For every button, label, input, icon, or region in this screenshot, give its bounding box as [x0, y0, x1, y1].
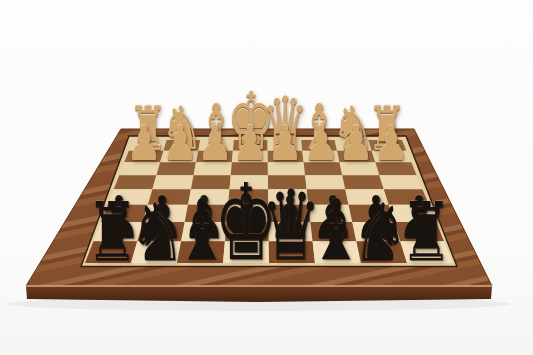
square-f3 [194, 162, 232, 175]
square-c3 [304, 162, 343, 175]
square-g6 [143, 205, 188, 222]
square-c8 [313, 241, 361, 263]
square-f8 [177, 241, 225, 263]
square-e2 [232, 151, 268, 163]
square-h1 [129, 140, 167, 151]
square-a5 [384, 189, 429, 205]
square-c6 [308, 205, 352, 222]
square-a2 [372, 151, 412, 163]
square-b8 [356, 241, 407, 263]
square-b7 [352, 222, 400, 241]
square-b1 [335, 140, 372, 151]
square-h3 [119, 162, 160, 175]
square-b2 [337, 151, 375, 163]
square-c5 [307, 189, 349, 205]
square-d3 [268, 162, 305, 175]
square-e1 [233, 140, 268, 151]
square-f4 [191, 175, 231, 189]
square-a6 [389, 205, 436, 222]
square-b4 [342, 175, 384, 189]
square-h4 [114, 175, 157, 189]
chess-board [0, 0, 533, 355]
square-g7 [137, 222, 184, 241]
square-h2 [124, 151, 163, 163]
square-d2 [268, 151, 304, 163]
square-g2 [160, 151, 198, 163]
square-f5 [188, 189, 230, 205]
square-e3 [231, 162, 268, 175]
board-front-face [26, 286, 492, 302]
square-a1 [368, 140, 406, 151]
square-d1 [268, 140, 303, 151]
square-e8 [223, 241, 269, 263]
square-c7 [310, 222, 356, 241]
square-h6 [101, 205, 148, 222]
square-d4 [268, 175, 307, 189]
square-e6 [227, 205, 269, 222]
square-d7 [269, 222, 313, 241]
square-b6 [349, 205, 395, 222]
square-a7 [394, 222, 444, 241]
square-f7 [181, 222, 227, 241]
square-b5 [345, 189, 388, 205]
square-g3 [156, 162, 196, 175]
square-e4 [230, 175, 269, 189]
product-photo-stage: ♜♞♝♚♛♝♞♜♟♟♟♟♟♟♟♟♟♟♟♟♟♟♟♟♜♞♝♚♛♝♞♜ [0, 0, 533, 355]
square-f1 [198, 140, 234, 151]
square-g8 [131, 241, 181, 263]
square-d8 [269, 241, 315, 263]
square-a8 [400, 241, 453, 263]
square-d5 [268, 189, 308, 205]
square-c1 [301, 140, 337, 151]
square-h8 [85, 241, 137, 263]
square-g5 [148, 189, 191, 205]
square-h7 [93, 222, 142, 241]
square-a4 [379, 175, 422, 189]
square-e7 [225, 222, 269, 241]
square-h5 [108, 189, 153, 205]
square-c4 [305, 175, 345, 189]
square-e5 [228, 189, 268, 205]
square-g4 [152, 175, 193, 189]
square-c2 [302, 151, 339, 163]
square-f2 [196, 151, 233, 163]
square-b3 [340, 162, 380, 175]
square-d6 [268, 205, 310, 222]
square-g1 [164, 140, 201, 151]
square-a3 [375, 162, 416, 175]
square-f6 [185, 205, 228, 222]
